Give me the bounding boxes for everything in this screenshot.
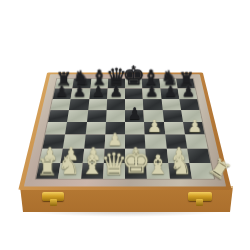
square-g2: ♟ bbox=[166, 148, 189, 163]
square-h2 bbox=[187, 148, 211, 163]
square-b2: ♟ bbox=[61, 148, 84, 163]
square-g4 bbox=[164, 122, 185, 135]
square-g7: ♟ bbox=[160, 89, 179, 99]
square-b4 bbox=[65, 122, 86, 135]
latch-hook bbox=[50, 199, 57, 206]
square-a4 bbox=[45, 122, 67, 135]
square-b8: ♞ bbox=[73, 79, 92, 89]
square-f4: ♟ bbox=[144, 122, 165, 135]
square-b3 bbox=[63, 135, 85, 149]
square-f5 bbox=[144, 110, 164, 122]
square-b1: ♞ bbox=[58, 163, 82, 179]
chess-set-photo: ♜♞♝♛♚♝♞♜♟♟♟♟♟♟♟♟♟♟♟♟♟♟♟♟♜♞♝♛♚♝♞♜ bbox=[0, 0, 250, 250]
piece-white-rook-h1: ♜ bbox=[192, 146, 246, 193]
square-g5 bbox=[162, 110, 182, 122]
square-d1: ♛ bbox=[103, 163, 125, 179]
board-scene: ♜♞♝♛♚♝♞♜♟♟♟♟♟♟♟♟♟♟♟♟♟♟♟♟♜♞♝♛♚♝♞♜ bbox=[0, 0, 250, 250]
piece-white-bishop-c1: ♝ bbox=[67, 152, 117, 179]
board-top-surface: ♜♞♝♛♚♝♞♜♟♟♟♟♟♟♟♟♟♟♟♟♟♟♟♟♜♞♝♛♚♝♞♜ bbox=[18, 72, 231, 190]
stone-border-frame: ♜♞♝♛♚♝♞♜♟♟♟♟♟♟♟♟♟♟♟♟♟♟♟♟♜♞♝♛♚♝♞♜ bbox=[24, 74, 226, 186]
square-h4: ♟ bbox=[183, 122, 205, 135]
square-a5 bbox=[48, 110, 69, 122]
square-a1: ♜ bbox=[36, 163, 61, 179]
square-h6 bbox=[179, 99, 199, 110]
square-e8: ♚ bbox=[125, 79, 142, 89]
square-a6 bbox=[50, 99, 70, 110]
square-g3 bbox=[165, 135, 187, 149]
square-c8: ♝ bbox=[90, 79, 108, 89]
square-a8: ♜ bbox=[55, 79, 74, 89]
square-e3 bbox=[125, 135, 146, 149]
square-c6 bbox=[88, 99, 107, 110]
square-c2: ♟ bbox=[82, 148, 104, 163]
latch-hook bbox=[196, 199, 203, 206]
square-g1: ♞ bbox=[168, 163, 192, 179]
square-d3: ♟ bbox=[104, 135, 125, 149]
square-c7: ♟ bbox=[89, 89, 108, 99]
square-a2: ♟ bbox=[39, 148, 63, 163]
square-d4 bbox=[105, 122, 125, 135]
square-e7 bbox=[125, 89, 143, 99]
square-e1: ♚ bbox=[125, 163, 147, 179]
square-f3 bbox=[145, 135, 166, 149]
square-d8: ♛ bbox=[108, 79, 125, 89]
square-a7: ♟ bbox=[53, 89, 73, 99]
square-g8: ♞ bbox=[159, 79, 178, 89]
square-b5 bbox=[67, 110, 87, 122]
piece-white-bishop-f1: ♝ bbox=[133, 152, 183, 179]
square-b6 bbox=[69, 99, 89, 110]
square-e5: ♟ bbox=[125, 110, 144, 122]
square-g6 bbox=[161, 99, 181, 110]
square-e6 bbox=[125, 99, 144, 110]
square-h5 bbox=[181, 110, 202, 122]
square-f6 bbox=[143, 99, 162, 110]
square-f1: ♝ bbox=[146, 163, 169, 179]
square-e2: ♟ bbox=[125, 148, 146, 163]
square-b7: ♟ bbox=[71, 89, 90, 99]
square-c3 bbox=[84, 135, 105, 149]
square-h3 bbox=[185, 135, 208, 149]
square-d2 bbox=[104, 148, 125, 163]
square-h1: ♜ bbox=[189, 163, 214, 179]
square-h8: ♜ bbox=[176, 79, 195, 89]
brass-latch-left bbox=[42, 192, 64, 201]
square-d7: ♟ bbox=[107, 89, 125, 99]
chess-board: ♜♞♝♛♚♝♞♜♟♟♟♟♟♟♟♟♟♟♟♟♟♟♟♟♜♞♝♛♚♝♞♜ bbox=[36, 79, 214, 179]
square-f7: ♟ bbox=[142, 89, 161, 99]
square-c1: ♝ bbox=[81, 163, 104, 179]
square-c4 bbox=[85, 122, 106, 135]
square-f8: ♝ bbox=[142, 79, 160, 89]
square-a3 bbox=[42, 135, 65, 149]
square-d6 bbox=[106, 99, 125, 110]
square-c5 bbox=[87, 110, 107, 122]
brass-latch-right bbox=[188, 192, 212, 201]
square-f2 bbox=[146, 148, 168, 163]
square-h7: ♟ bbox=[177, 89, 197, 99]
square-e4 bbox=[125, 122, 145, 135]
square-d5 bbox=[106, 110, 125, 122]
